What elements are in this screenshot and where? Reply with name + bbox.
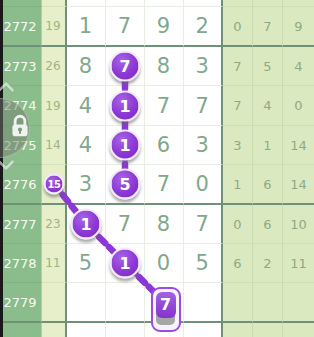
stat-cell [223, 0, 253, 7]
digit-cell [184, 323, 224, 337]
stat-cell [253, 0, 283, 7]
next-draw-badge[interactable]: 7 [151, 287, 181, 332]
stat-cell [223, 283, 253, 323]
stat-cell: 7 [223, 47, 253, 86]
digit-cell: 5 [67, 244, 106, 283]
digit-cell: 3 [184, 47, 224, 86]
draw-number-cell: 2777 [3, 205, 42, 244]
stat-cell: 3 [223, 126, 253, 165]
stat-cell: 4 [283, 47, 314, 86]
stat-cell: 14 [283, 165, 314, 205]
padlock-icon [7, 113, 33, 139]
digit-cell: 9 [145, 7, 184, 47]
digit-cell: 7 [184, 205, 224, 244]
lottery-trend-screen: 2772191792079277326883754277419477740277… [0, 0, 314, 337]
stat-cell: 2 [253, 244, 283, 283]
stat-cell: 0 [223, 7, 253, 47]
stat-cell: 1 [253, 126, 283, 165]
digit-cell [184, 0, 224, 7]
digit-cell: 2 [184, 7, 224, 47]
stat-cell [283, 0, 314, 7]
stat-cell [283, 283, 314, 323]
stat-cell: 1 [223, 165, 253, 205]
digit-cell: 3 [67, 165, 106, 205]
draw-number-cell: 2779 [3, 283, 42, 323]
digit-cell: 8 [145, 47, 184, 86]
digit-cell: 1 [67, 7, 106, 47]
trend-marker-circle: 1 [71, 209, 102, 240]
table-row: 277419477740 [3, 86, 314, 126]
stat-cell: 11 [283, 244, 314, 283]
stat-cell: 6 [253, 165, 283, 205]
badge-value: 7 [156, 292, 176, 318]
stat-cell [253, 283, 283, 323]
digit-cell [67, 323, 106, 337]
draw-number-cell [3, 323, 42, 337]
draw-number-cell [3, 0, 42, 7]
stat-cell: 14 [283, 126, 314, 165]
trend-marker-circle: 15 [44, 174, 65, 195]
table-row: 277326883754 [3, 47, 314, 86]
draw-number-cell: 2772 [3, 7, 42, 47]
partial-row [3, 0, 314, 7]
digit-cell: 0 [184, 165, 224, 205]
stat-cell: 4 [253, 86, 283, 126]
stat-cell: 0 [283, 86, 314, 126]
sum-cell: 11 [42, 244, 67, 283]
table-row: 2775144633114 [3, 126, 314, 165]
sum-cell [42, 0, 67, 7]
stat-cell [253, 323, 283, 337]
sum-cell: 26 [42, 47, 67, 86]
digit-cell [67, 0, 106, 7]
digit-cell: 7 [106, 7, 145, 47]
digit-cell: 5 [184, 244, 224, 283]
stat-cell: 10 [283, 205, 314, 244]
stat-cell: 7 [223, 86, 253, 126]
sum-cell [42, 323, 67, 337]
table-row: 2772191792079 [3, 7, 314, 47]
stat-cell: 7 [253, 7, 283, 47]
digit-cell: 3 [184, 126, 224, 165]
digit-cell: 4 [67, 126, 106, 165]
sum-cell: 23 [42, 205, 67, 244]
digit-cell [145, 0, 184, 7]
trend-marker-circle: 1 [110, 248, 141, 279]
trend-marker-circle: 1 [110, 90, 141, 121]
stat-cell [223, 323, 253, 337]
trend-marker-circle: 1 [110, 130, 141, 161]
stat-cell: 5 [253, 47, 283, 86]
digit-cell [106, 283, 145, 323]
stat-cell: 9 [283, 7, 314, 47]
trend-marker-circle: 7 [110, 51, 141, 82]
stat-cell: 6 [223, 244, 253, 283]
sum-cell [42, 283, 67, 323]
digit-cell [106, 323, 145, 337]
digit-cell: 0 [145, 244, 184, 283]
trend-marker-circle: 5 [110, 169, 141, 200]
digit-cell: 7 [145, 86, 184, 126]
sum-cell: 19 [42, 7, 67, 47]
table-row: 2778115056211 [3, 244, 314, 283]
digit-cell: 6 [145, 126, 184, 165]
digit-cell [184, 283, 224, 323]
draw-number-cell: 2773 [3, 47, 42, 86]
digit-cell: 8 [67, 47, 106, 86]
draw-number-cell: 2778 [3, 244, 42, 283]
digit-cell: 7 [184, 86, 224, 126]
digit-cell: 7 [145, 165, 184, 205]
table-row: 2777237870610 [3, 205, 314, 244]
left-edge-strip [0, 0, 3, 337]
sum-cell: 19 [42, 86, 67, 126]
digit-cell: 7 [106, 205, 145, 244]
digit-cell [67, 283, 106, 323]
digit-cell: 8 [145, 205, 184, 244]
digit-cell: 4 [67, 86, 106, 126]
stat-cell: 6 [253, 205, 283, 244]
stat-cell: 0 [223, 205, 253, 244]
digit-cell [106, 0, 145, 7]
sum-cell: 14 [42, 126, 67, 165]
stat-cell [283, 323, 314, 337]
draw-number-cell: 2776 [3, 165, 42, 205]
